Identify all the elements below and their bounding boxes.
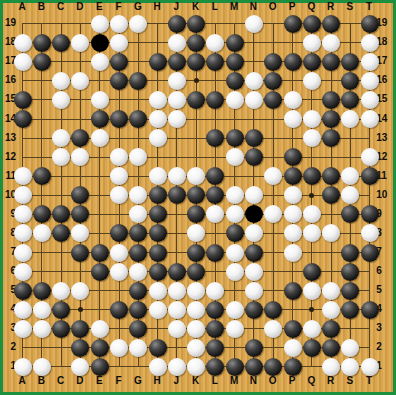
stone-black-R14[interactable]: [322, 110, 340, 128]
stone-white-R8[interactable]: [322, 224, 340, 242]
stone-black-G5[interactable]: [129, 282, 147, 300]
stone-black-C9[interactable]: [52, 205, 70, 223]
coordinate-label-left-13: 13: [0, 132, 16, 144]
stone-white-J16[interactable]: [168, 72, 186, 90]
stone-black-D9[interactable]: [71, 205, 89, 223]
stone-black-O15[interactable]: [264, 91, 282, 109]
stone-black-M8[interactable]: [226, 224, 244, 242]
stone-white-N5[interactable]: [245, 282, 263, 300]
stone-black-H9[interactable]: [149, 205, 167, 223]
stone-white-K8[interactable]: [187, 224, 205, 242]
stone-black-D3[interactable]: [71, 320, 89, 338]
stone-black-Q19[interactable]: [303, 15, 321, 33]
stone-black-F8[interactable]: [110, 224, 128, 242]
stone-black-A5[interactable]: [14, 282, 32, 300]
stone-black-R15[interactable]: [322, 91, 340, 109]
stone-black-E1[interactable]: [91, 358, 109, 376]
coordinate-label-bottom-G: G: [130, 375, 146, 387]
stone-white-A1[interactable]: [14, 358, 32, 376]
stone-white-E15[interactable]: [91, 91, 109, 109]
stone-white-H15[interactable]: [149, 91, 167, 109]
stone-black-D10[interactable]: [71, 186, 89, 204]
stone-white-D5[interactable]: [71, 282, 89, 300]
stone-white-D16[interactable]: [71, 72, 89, 90]
stone-black-E7[interactable]: [91, 244, 109, 262]
stone-white-K3[interactable]: [187, 320, 205, 338]
coordinate-label-top-Q: Q: [303, 1, 319, 13]
coordinate-label-right-5: 5: [376, 284, 392, 296]
coordinate-label-bottom-Q: Q: [303, 375, 319, 387]
stone-black-N9[interactable]: [245, 205, 263, 223]
stone-white-S2[interactable]: [341, 339, 359, 357]
stone-white-M15[interactable]: [226, 91, 244, 109]
coordinate-label-bottom-J: J: [168, 375, 184, 387]
stone-white-H11[interactable]: [149, 167, 167, 185]
stone-white-P2[interactable]: [284, 339, 302, 357]
stone-black-S9[interactable]: [341, 205, 359, 223]
stone-white-J11[interactable]: [168, 167, 186, 185]
coordinate-label-bottom-P: P: [284, 375, 300, 387]
stone-black-A14[interactable]: [14, 110, 32, 128]
stone-black-J6[interactable]: [168, 263, 186, 281]
coordinate-label-top-H: H: [149, 1, 165, 13]
stone-white-A9[interactable]: [14, 205, 32, 223]
stone-black-G8[interactable]: [129, 224, 147, 242]
stone-black-O1[interactable]: [264, 358, 282, 376]
stone-white-G10[interactable]: [129, 186, 147, 204]
stone-white-T17[interactable]: [361, 53, 379, 71]
stone-white-R5[interactable]: [322, 282, 340, 300]
coordinate-label-bottom-T: T: [361, 375, 377, 387]
stone-white-N16[interactable]: [245, 72, 263, 90]
stone-white-F2[interactable]: [110, 339, 128, 357]
stone-black-K6[interactable]: [187, 263, 205, 281]
stone-black-T4[interactable]: [361, 301, 379, 319]
stone-white-A18[interactable]: [14, 34, 32, 52]
stone-white-E17[interactable]: [91, 53, 109, 71]
coordinate-label-right-13: 13: [376, 132, 392, 144]
stone-black-R19[interactable]: [322, 15, 340, 33]
stone-black-K10[interactable]: [187, 186, 205, 204]
coordinate-label-left-12: 12: [0, 151, 16, 163]
stone-white-N19[interactable]: [245, 15, 263, 33]
stone-white-S11[interactable]: [341, 167, 359, 185]
coordinate-label-top-R: R: [323, 1, 339, 13]
stone-black-S15[interactable]: [341, 91, 359, 109]
stone-black-C8[interactable]: [52, 224, 70, 242]
stone-white-J1[interactable]: [168, 358, 186, 376]
stone-black-L4[interactable]: [206, 301, 224, 319]
coordinate-label-top-T: T: [361, 1, 377, 13]
stone-white-T18[interactable]: [361, 34, 379, 52]
stone-black-O4[interactable]: [264, 301, 282, 319]
coordinate-label-bottom-F: F: [111, 375, 127, 387]
coordinate-label-top-O: O: [265, 1, 281, 13]
coordinate-label-top-F: F: [111, 1, 127, 13]
stone-black-G16[interactable]: [129, 72, 147, 90]
stone-black-L1[interactable]: [206, 358, 224, 376]
stone-white-H5[interactable]: [149, 282, 167, 300]
stone-black-O16[interactable]: [264, 72, 282, 90]
stone-white-F10[interactable]: [110, 186, 128, 204]
stone-black-F14[interactable]: [110, 110, 128, 128]
coordinate-label-bottom-E: E: [91, 375, 107, 387]
stone-white-J14[interactable]: [168, 110, 186, 128]
stone-white-E3[interactable]: [91, 320, 109, 338]
stone-white-M7[interactable]: [226, 244, 244, 262]
stone-white-G6[interactable]: [129, 263, 147, 281]
stone-white-Q14[interactable]: [303, 110, 321, 128]
stone-black-F4[interactable]: [110, 301, 128, 319]
stone-black-K18[interactable]: [187, 34, 205, 52]
stone-black-B11[interactable]: [33, 167, 51, 185]
stone-white-N6[interactable]: [245, 263, 263, 281]
coordinate-label-bottom-B: B: [33, 375, 49, 387]
stone-white-K4[interactable]: [187, 301, 205, 319]
stone-black-F16[interactable]: [110, 72, 128, 90]
coordinate-label-bottom-R: R: [323, 375, 339, 387]
stone-black-R3[interactable]: [322, 320, 340, 338]
stone-white-T8[interactable]: [361, 224, 379, 242]
stone-black-L3[interactable]: [206, 320, 224, 338]
stone-white-J4[interactable]: [168, 301, 186, 319]
stone-white-P10[interactable]: [284, 186, 302, 204]
stone-white-S14[interactable]: [341, 110, 359, 128]
coordinate-label-right-10: 10: [376, 189, 392, 201]
stone-white-J5[interactable]: [168, 282, 186, 300]
stone-white-F6[interactable]: [110, 263, 128, 281]
stone-black-G14[interactable]: [129, 110, 147, 128]
stone-white-F7[interactable]: [110, 244, 128, 262]
stone-white-D12[interactable]: [71, 148, 89, 166]
coordinate-label-right-6: 6: [376, 265, 392, 277]
stone-white-T12[interactable]: [361, 148, 379, 166]
stone-white-P15[interactable]: [284, 91, 302, 109]
stone-black-C18[interactable]: [52, 34, 70, 52]
coordinate-label-top-M: M: [226, 1, 242, 13]
stone-black-T9[interactable]: [361, 205, 379, 223]
stone-white-A11[interactable]: [14, 167, 32, 185]
stone-black-H17[interactable]: [149, 53, 167, 71]
star-point-Q4: [309, 307, 314, 312]
stone-white-J3[interactable]: [168, 320, 186, 338]
stone-black-J17[interactable]: [168, 53, 186, 71]
stone-white-O9[interactable]: [264, 205, 282, 223]
stone-white-J15[interactable]: [168, 91, 186, 109]
stone-white-M6[interactable]: [226, 263, 244, 281]
stone-white-Q13[interactable]: [303, 129, 321, 147]
stone-white-Q8[interactable]: [303, 224, 321, 242]
stone-white-C15[interactable]: [52, 91, 70, 109]
stone-white-M9[interactable]: [226, 205, 244, 223]
stone-white-P9[interactable]: [284, 205, 302, 223]
stone-white-P8[interactable]: [284, 224, 302, 242]
stone-black-G7[interactable]: [129, 244, 147, 262]
stone-white-T15[interactable]: [361, 91, 379, 109]
stone-white-S10[interactable]: [341, 186, 359, 204]
coordinate-label-bottom-L: L: [207, 375, 223, 387]
stone-black-S5[interactable]: [341, 282, 359, 300]
stone-white-P14[interactable]: [284, 110, 302, 128]
stone-black-E6[interactable]: [91, 263, 109, 281]
stone-white-Q5[interactable]: [303, 282, 321, 300]
stone-black-S6[interactable]: [341, 263, 359, 281]
stone-white-L5[interactable]: [206, 282, 224, 300]
stone-white-M4[interactable]: [226, 301, 244, 319]
coordinate-label-bottom-D: D: [72, 375, 88, 387]
stone-white-A3[interactable]: [14, 320, 32, 338]
stone-white-G19[interactable]: [129, 15, 147, 33]
stone-black-B5[interactable]: [33, 282, 51, 300]
coordinate-label-left-16: 16: [0, 74, 16, 86]
stone-white-H14[interactable]: [149, 110, 167, 128]
stone-black-R10[interactable]: [322, 186, 340, 204]
stone-black-M16[interactable]: [226, 72, 244, 90]
stone-black-K15[interactable]: [187, 91, 205, 109]
stone-white-N10[interactable]: [245, 186, 263, 204]
stone-white-M12[interactable]: [226, 148, 244, 166]
coordinate-label-bottom-M: M: [226, 375, 242, 387]
stone-white-L18[interactable]: [206, 34, 224, 52]
coordinate-label-bottom-C: C: [53, 375, 69, 387]
coordinate-label-top-K: K: [188, 1, 204, 13]
stone-black-S4[interactable]: [341, 301, 359, 319]
stone-white-F11[interactable]: [110, 167, 128, 185]
stone-black-S16[interactable]: [341, 72, 359, 90]
coordinate-label-left-2: 2: [0, 341, 16, 353]
star-point-K16: [194, 78, 199, 83]
star-point-D4: [78, 307, 83, 312]
stone-white-M10[interactable]: [226, 186, 244, 204]
stone-black-J19[interactable]: [168, 15, 186, 33]
coordinate-label-right-2: 2: [376, 341, 392, 353]
stone-white-R18[interactable]: [322, 34, 340, 52]
stone-white-H13[interactable]: [149, 129, 167, 147]
grid-line-vertical: [99, 23, 100, 367]
stone-white-N15[interactable]: [245, 91, 263, 109]
coordinate-label-top-C: C: [53, 1, 69, 13]
stone-black-T7[interactable]: [361, 244, 379, 262]
stone-white-A7[interactable]: [14, 244, 32, 262]
stone-black-G4[interactable]: [129, 301, 147, 319]
stone-black-L13[interactable]: [206, 129, 224, 147]
coordinate-label-top-P: P: [284, 1, 300, 13]
coordinate-label-bottom-H: H: [149, 375, 165, 387]
coordinate-label-bottom-K: K: [188, 375, 204, 387]
stone-black-L7[interactable]: [206, 244, 224, 262]
stone-black-R11[interactable]: [322, 167, 340, 185]
stone-white-A17[interactable]: [14, 53, 32, 71]
stone-black-M18[interactable]: [226, 34, 244, 52]
coordinate-label-bottom-S: S: [342, 375, 358, 387]
stone-white-K5[interactable]: [187, 282, 205, 300]
stone-black-N7[interactable]: [245, 244, 263, 262]
stone-white-A8[interactable]: [14, 224, 32, 242]
stone-black-K19[interactable]: [187, 15, 205, 33]
stone-black-P19[interactable]: [284, 15, 302, 33]
stone-white-S1[interactable]: [341, 358, 359, 376]
stone-black-K9[interactable]: [187, 205, 205, 223]
star-point-Q10: [309, 193, 314, 198]
stone-black-T11[interactable]: [361, 167, 379, 185]
stone-black-H8[interactable]: [149, 224, 167, 242]
coordinate-label-left-19: 19: [0, 17, 16, 29]
stone-white-H1[interactable]: [149, 358, 167, 376]
stone-white-C5[interactable]: [52, 282, 70, 300]
stone-white-T1[interactable]: [361, 358, 379, 376]
coordinate-label-top-G: G: [130, 1, 146, 13]
stone-white-Q3[interactable]: [303, 320, 321, 338]
stone-black-P1[interactable]: [284, 358, 302, 376]
go-board[interactable]: AABBCCDDEEFFGGHHJJKKLLMMNNOOPPQQRRSSTT19…: [3, 3, 393, 392]
stone-black-R17[interactable]: [322, 53, 340, 71]
stone-white-Q9[interactable]: [303, 205, 321, 223]
coordinate-label-bottom-O: O: [265, 375, 281, 387]
stone-black-R13[interactable]: [322, 129, 340, 147]
stone-black-B9[interactable]: [33, 205, 51, 223]
stone-white-E19[interactable]: [91, 15, 109, 33]
stone-black-H10[interactable]: [149, 186, 167, 204]
stone-white-O3[interactable]: [264, 320, 282, 338]
coordinate-label-bottom-N: N: [245, 375, 261, 387]
stone-white-T14[interactable]: [361, 110, 379, 128]
stone-black-C3[interactable]: [52, 320, 70, 338]
stone-black-D7[interactable]: [71, 244, 89, 262]
stone-white-A10[interactable]: [14, 186, 32, 204]
stone-black-L2[interactable]: [206, 339, 224, 357]
stone-black-H6[interactable]: [149, 263, 167, 281]
stone-white-K1[interactable]: [187, 358, 205, 376]
stone-black-C4[interactable]: [52, 301, 70, 319]
stone-black-A15[interactable]: [14, 91, 32, 109]
stone-white-G9[interactable]: [129, 205, 147, 223]
stone-white-B4[interactable]: [33, 301, 51, 319]
stone-black-E14[interactable]: [91, 110, 109, 128]
stone-white-G2[interactable]: [129, 339, 147, 357]
stone-black-O17[interactable]: [264, 53, 282, 71]
stone-black-B17[interactable]: [33, 53, 51, 71]
stone-black-H7[interactable]: [149, 244, 167, 262]
stone-black-L11[interactable]: [206, 167, 224, 185]
stone-white-J18[interactable]: [168, 34, 186, 52]
stone-white-B1[interactable]: [33, 358, 51, 376]
stone-black-F17[interactable]: [110, 53, 128, 71]
stone-black-T19[interactable]: [361, 15, 379, 33]
stone-white-D8[interactable]: [71, 224, 89, 242]
stone-black-R2[interactable]: [322, 339, 340, 357]
stone-white-L9[interactable]: [206, 205, 224, 223]
stone-black-K7[interactable]: [187, 244, 205, 262]
stone-black-D2[interactable]: [71, 339, 89, 357]
stone-white-P7[interactable]: [284, 244, 302, 262]
stone-white-A6[interactable]: [14, 263, 32, 281]
stone-white-D18[interactable]: [71, 34, 89, 52]
stone-black-N1[interactable]: [245, 358, 263, 376]
stone-black-Q6[interactable]: [303, 263, 321, 281]
stone-white-C16[interactable]: [52, 72, 70, 90]
stone-white-C12[interactable]: [52, 148, 70, 166]
stone-black-Q2[interactable]: [303, 339, 321, 357]
stone-white-M3[interactable]: [226, 320, 244, 338]
stone-black-P11[interactable]: [284, 167, 302, 185]
stone-black-N2[interactable]: [245, 339, 263, 357]
stone-white-K11[interactable]: [187, 167, 205, 185]
stone-black-N4[interactable]: [245, 301, 263, 319]
stone-black-P12[interactable]: [284, 148, 302, 166]
stone-white-K2[interactable]: [187, 339, 205, 357]
stone-black-K17[interactable]: [187, 53, 205, 71]
stone-black-M17[interactable]: [226, 53, 244, 71]
stone-black-L17[interactable]: [206, 53, 224, 71]
coordinate-label-top-S: S: [342, 1, 358, 13]
stone-black-S17[interactable]: [341, 53, 359, 71]
stone-black-G3[interactable]: [129, 320, 147, 338]
stone-black-D13[interactable]: [71, 129, 89, 147]
stone-black-H2[interactable]: [149, 339, 167, 357]
stone-black-M13[interactable]: [226, 129, 244, 147]
stone-black-L10[interactable]: [206, 186, 224, 204]
stone-black-M1[interactable]: [226, 358, 244, 376]
stone-white-F18[interactable]: [110, 34, 128, 52]
stone-white-Q16[interactable]: [303, 72, 321, 90]
stone-black-B18[interactable]: [33, 34, 51, 52]
stone-black-J10[interactable]: [168, 186, 186, 204]
stone-black-Q17[interactable]: [303, 53, 321, 71]
stone-black-S7[interactable]: [341, 244, 359, 262]
stone-black-P17[interactable]: [284, 53, 302, 71]
stone-black-N13[interactable]: [245, 129, 263, 147]
stone-white-B8[interactable]: [33, 224, 51, 242]
stone-black-P5[interactable]: [284, 282, 302, 300]
stone-white-G12[interactable]: [129, 148, 147, 166]
stone-white-B3[interactable]: [33, 320, 51, 338]
stone-white-N8[interactable]: [245, 224, 263, 242]
coordinate-label-top-N: N: [245, 1, 261, 13]
stone-black-P3[interactable]: [284, 320, 302, 338]
stone-black-L15[interactable]: [206, 91, 224, 109]
stone-white-E13[interactable]: [91, 129, 109, 147]
coordinate-label-top-B: B: [33, 1, 49, 13]
coordinate-label-top-D: D: [72, 1, 88, 13]
stone-white-F12[interactable]: [110, 148, 128, 166]
coordinate-label-top-L: L: [207, 1, 223, 13]
stone-white-T16[interactable]: [361, 72, 379, 90]
stone-white-R1[interactable]: [322, 358, 340, 376]
stone-black-E18[interactable]: [91, 34, 109, 52]
coordinate-label-bottom-A: A: [14, 375, 30, 387]
stone-white-A4[interactable]: [14, 301, 32, 319]
stone-white-F19[interactable]: [110, 15, 128, 33]
stone-white-O11[interactable]: [264, 167, 282, 185]
coordinate-label-top-E: E: [91, 1, 107, 13]
coordinate-label-top-A: A: [14, 1, 30, 13]
stone-white-H4[interactable]: [149, 301, 167, 319]
stone-white-C13[interactable]: [52, 129, 70, 147]
stone-white-D1[interactable]: [71, 358, 89, 376]
stone-black-N12[interactable]: [245, 148, 263, 166]
stone-black-Q11[interactable]: [303, 167, 321, 185]
go-board-frame: AABBCCDDEEFFGGHHJJKKLLMMNNOOPPQQRRSSTT19…: [0, 0, 396, 395]
stone-white-Q18[interactable]: [303, 34, 321, 52]
coordinate-label-top-J: J: [168, 1, 184, 13]
stone-white-R4[interactable]: [322, 301, 340, 319]
coordinate-label-right-3: 3: [376, 322, 392, 334]
stone-black-E2[interactable]: [91, 339, 109, 357]
